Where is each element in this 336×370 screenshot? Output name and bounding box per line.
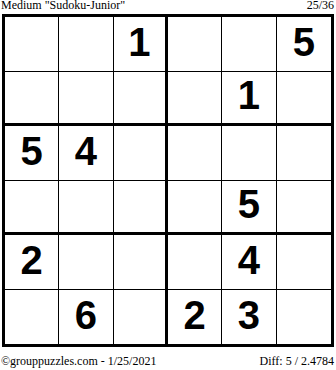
cell-r4c5-given: 5 [222, 181, 276, 236]
cell-r6c6[interactable] [277, 290, 331, 345]
cell-r1c5[interactable] [222, 17, 276, 72]
cell-r1c2[interactable] [59, 17, 113, 72]
copyright-credit: ©grouppuzzles.com - 1/25/2021 [1, 355, 156, 368]
header: Medium "Sudoku-Junior" 25/36 [1, 0, 334, 12]
cells-remaining-counter: 25/36 [307, 0, 334, 12]
cell-r4c1[interactable] [5, 181, 59, 236]
cell-r6c4-given: 2 [168, 290, 222, 345]
cell-r5c2[interactable] [59, 235, 113, 290]
cell-r2c4[interactable] [168, 72, 222, 127]
cell-r5c4[interactable] [168, 235, 222, 290]
cell-r3c1-given: 5 [5, 126, 59, 181]
sudoku-board: 15154524623 [2, 14, 334, 347]
footer: ©grouppuzzles.com - 1/25/2021 Diff: 5 / … [1, 355, 334, 368]
cell-r5c3[interactable] [114, 235, 168, 290]
cell-r2c5-given: 1 [222, 72, 276, 127]
cell-r2c2[interactable] [59, 72, 113, 127]
cell-r1c3-given: 1 [114, 17, 168, 72]
puzzle-title: Medium "Sudoku-Junior" [1, 0, 125, 12]
cell-r4c3[interactable] [114, 181, 168, 236]
cell-r2c3[interactable] [114, 72, 168, 127]
difficulty-label: Diff: 5 / 2.4784 [260, 355, 334, 368]
cell-r3c5[interactable] [222, 126, 276, 181]
cell-r5c5-given: 4 [222, 235, 276, 290]
cell-r6c2-given: 6 [59, 290, 113, 345]
cell-r3c6[interactable] [277, 126, 331, 181]
cell-r2c1[interactable] [5, 72, 59, 127]
cell-r1c4[interactable] [168, 17, 222, 72]
cell-r3c4[interactable] [168, 126, 222, 181]
cell-r4c2[interactable] [59, 181, 113, 236]
cell-r6c1[interactable] [5, 290, 59, 345]
cell-r1c6-given: 5 [277, 17, 331, 72]
cell-r3c3[interactable] [114, 126, 168, 181]
cell-r2c6[interactable] [277, 72, 331, 127]
cell-r6c5-given: 3 [222, 290, 276, 345]
cell-r3c2-given: 4 [59, 126, 113, 181]
cell-r4c4[interactable] [168, 181, 222, 236]
cell-r4c6[interactable] [277, 181, 331, 236]
cell-r1c1[interactable] [5, 17, 59, 72]
cell-r5c6[interactable] [277, 235, 331, 290]
cell-r6c3[interactable] [114, 290, 168, 345]
cell-r5c1-given: 2 [5, 235, 59, 290]
